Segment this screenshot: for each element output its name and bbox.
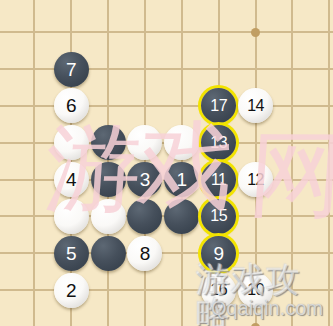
stone-number: 11	[211, 172, 227, 188]
stone-white-4: 4	[54, 162, 89, 197]
go-board[interactable]: 7617141343111121558921610	[16, 14, 333, 326]
stone-black-17: 17	[201, 88, 236, 123]
stone-number: 3	[140, 170, 151, 189]
stone-black	[91, 125, 126, 160]
stone-number: 16	[210, 282, 227, 298]
stone-white	[127, 125, 162, 160]
stone-number: 4	[66, 170, 77, 189]
stone-number: 10	[247, 282, 264, 298]
stone-black	[91, 236, 126, 271]
stone-number: 17	[210, 98, 227, 114]
stone-black	[91, 162, 126, 197]
stone-black-15: 15	[201, 199, 236, 234]
stone-black-13: 13	[201, 125, 236, 160]
stone-white-14: 14	[238, 88, 273, 123]
watermark-pink-char: 3	[0, 122, 6, 222]
stone-white-10: 10	[238, 273, 273, 308]
stone-number: 9	[213, 244, 224, 263]
stone-white-8: 8	[127, 236, 162, 271]
stone-number: 12	[247, 172, 264, 188]
stone-number: 13	[210, 135, 227, 151]
stone-number: 7	[66, 60, 77, 79]
stone-black-11: 11	[201, 162, 236, 197]
stone-white-6: 6	[54, 88, 89, 123]
stone-white	[91, 199, 126, 234]
go-board-canvas: 7617141343111121558921610 3游戏网 游戏攻略 Qqai…	[0, 0, 333, 326]
stone-number: 6	[66, 96, 77, 115]
stone-white-16: 16	[201, 273, 236, 308]
stone-black-1: 1	[164, 162, 199, 197]
stone-black	[127, 199, 162, 234]
stone-number: 14	[247, 98, 264, 114]
stone-number: 1	[177, 170, 188, 189]
stone-number: 15	[210, 208, 227, 224]
stone-black-5: 5	[54, 236, 89, 271]
stone-black-3: 3	[127, 162, 162, 197]
stone-number: 8	[140, 244, 151, 263]
stone-white	[54, 199, 89, 234]
stone-white-2: 2	[54, 273, 89, 308]
stone-white	[54, 125, 89, 160]
stone-black-7: 7	[54, 52, 89, 87]
stone-number: 5	[66, 244, 77, 263]
stone-white-12: 12	[238, 162, 273, 197]
stone-black-9: 9	[201, 236, 236, 271]
stone-black	[164, 199, 199, 234]
stone-number: 2	[66, 281, 77, 300]
stone-white	[164, 125, 199, 160]
